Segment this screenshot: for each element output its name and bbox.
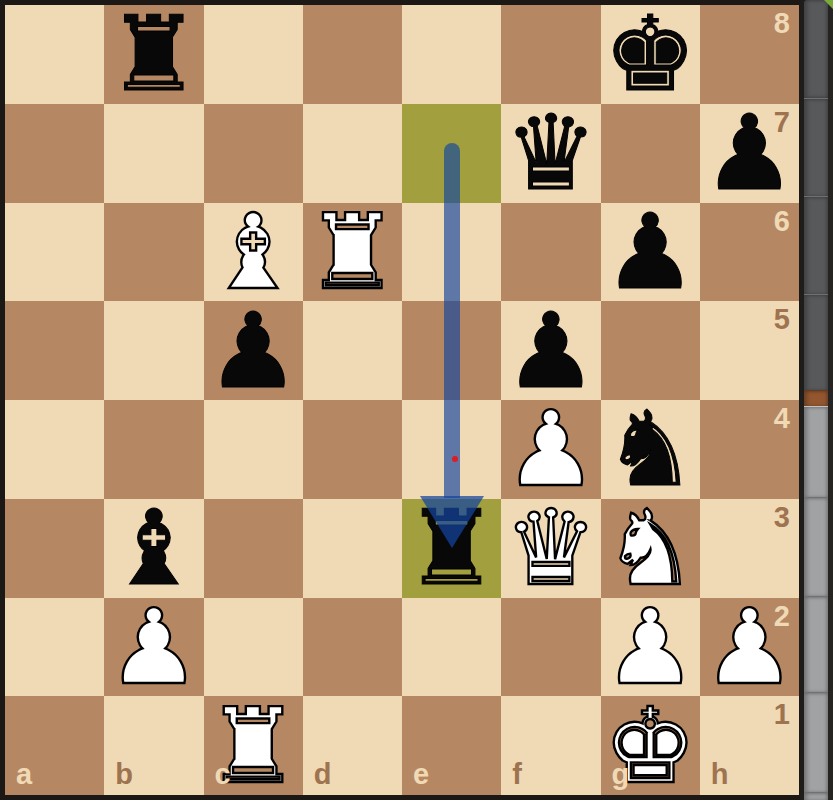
right-scroll-strip xyxy=(800,0,833,800)
square-d7[interactable] xyxy=(303,104,402,203)
square-a2[interactable] xyxy=(5,598,104,697)
square-b6[interactable] xyxy=(104,203,203,302)
coord-file-g: g xyxy=(612,760,630,789)
coord-file-f: f xyxy=(512,760,522,789)
square-g6[interactable]: ♟ xyxy=(601,203,700,302)
square-c6[interactable]: ♝ xyxy=(204,203,303,302)
square-b7[interactable] xyxy=(104,104,203,203)
coord-file-a: a xyxy=(16,760,32,789)
square-h4[interactable]: 4 xyxy=(700,400,799,499)
coord-rank-4: 4 xyxy=(774,404,790,433)
black-rook[interactable]: ♜ xyxy=(104,5,203,104)
square-e8[interactable] xyxy=(402,5,501,104)
square-a7[interactable] xyxy=(5,104,104,203)
square-g7[interactable] xyxy=(601,104,700,203)
black-pawn[interactable]: ♟ xyxy=(501,301,600,400)
square-d4[interactable] xyxy=(303,400,402,499)
square-a6[interactable] xyxy=(5,203,104,302)
square-c1[interactable]: ♜c xyxy=(204,696,303,795)
square-g8[interactable]: ♚ xyxy=(601,5,700,104)
square-e6[interactable] xyxy=(402,203,501,302)
square-f4[interactable]: ♟ xyxy=(501,400,600,499)
square-f8[interactable] xyxy=(501,5,600,104)
square-d2[interactable] xyxy=(303,598,402,697)
square-a8[interactable] xyxy=(5,5,104,104)
coord-rank-5: 5 xyxy=(774,305,790,334)
scrollbar-segment[interactable] xyxy=(804,390,828,407)
white-pawn[interactable]: ♟ xyxy=(501,400,600,499)
coord-file-b: b xyxy=(115,760,133,789)
white-pawn[interactable]: ♟ xyxy=(601,598,700,697)
square-b4[interactable] xyxy=(104,400,203,499)
square-f2[interactable] xyxy=(501,598,600,697)
coord-rank-7: 7 xyxy=(774,108,790,137)
square-e1[interactable]: e xyxy=(402,696,501,795)
black-queen[interactable]: ♛ xyxy=(501,104,600,203)
square-f6[interactable] xyxy=(501,203,600,302)
square-g4[interactable]: ♞ xyxy=(601,400,700,499)
square-g5[interactable] xyxy=(601,301,700,400)
square-d5[interactable] xyxy=(303,301,402,400)
scrollbar-segment[interactable] xyxy=(804,497,828,597)
black-king[interactable]: ♚ xyxy=(601,5,700,104)
black-knight[interactable]: ♞ xyxy=(601,400,700,499)
coord-file-h: h xyxy=(711,760,729,789)
white-rook[interactable]: ♜ xyxy=(303,203,402,302)
coord-file-c: c xyxy=(215,760,231,789)
coord-rank-8: 8 xyxy=(774,9,790,38)
square-h5[interactable]: 5 xyxy=(700,301,799,400)
square-c3[interactable] xyxy=(204,499,303,598)
black-bishop[interactable]: ♝ xyxy=(104,499,203,598)
square-a1[interactable]: a xyxy=(5,696,104,795)
square-e3[interactable]: ♜ xyxy=(402,499,501,598)
white-knight[interactable]: ♞ xyxy=(601,499,700,598)
square-b5[interactable] xyxy=(104,301,203,400)
square-f3[interactable]: ♛ xyxy=(501,499,600,598)
scrollbar-segment[interactable] xyxy=(804,692,828,793)
square-e2[interactable] xyxy=(402,598,501,697)
coord-rank-6: 6 xyxy=(774,207,790,236)
scrollbar-segment[interactable] xyxy=(804,294,828,391)
scrollbar-column[interactable] xyxy=(804,0,828,800)
square-b1[interactable]: b xyxy=(104,696,203,795)
square-d6[interactable]: ♜ xyxy=(303,203,402,302)
square-f1[interactable]: f xyxy=(501,696,600,795)
square-c2[interactable] xyxy=(204,598,303,697)
coord-rank-1: 1 xyxy=(774,700,790,729)
scrollbar-segment[interactable] xyxy=(804,196,828,295)
green-corner-icon xyxy=(824,0,833,9)
coord-rank-2: 2 xyxy=(774,602,790,631)
square-a3[interactable] xyxy=(5,499,104,598)
square-c8[interactable] xyxy=(204,5,303,104)
black-pawn[interactable]: ♟ xyxy=(601,203,700,302)
square-d3[interactable] xyxy=(303,499,402,598)
square-d1[interactable]: d xyxy=(303,696,402,795)
square-c4[interactable] xyxy=(204,400,303,499)
square-h1[interactable]: h1 xyxy=(700,696,799,795)
white-pawn[interactable]: ♟ xyxy=(104,598,203,697)
scrollbar-segment[interactable] xyxy=(804,0,828,98)
coord-file-d: d xyxy=(314,760,332,789)
scrollbar-track[interactable] xyxy=(828,0,833,800)
square-h6[interactable]: 6 xyxy=(700,203,799,302)
square-d8[interactable] xyxy=(303,5,402,104)
square-f7[interactable]: ♛ xyxy=(501,104,600,203)
square-g3[interactable]: ♞ xyxy=(601,499,700,598)
white-queen[interactable]: ♛ xyxy=(501,499,600,598)
chess-board: ♜♚8♛♟7♝♜♟6♟♟5♟♞4♝♜♛♞3♟♟♟2ab♜cdef♚gh1 xyxy=(5,5,799,795)
square-h7[interactable]: ♟7 xyxy=(700,104,799,203)
square-b2[interactable]: ♟ xyxy=(104,598,203,697)
chess-app-stage: ♜♚8♛♟7♝♜♟6♟♟5♟♞4♝♜♛♞3♟♟♟2ab♜cdef♚gh1 xyxy=(0,0,833,800)
square-b3[interactable]: ♝ xyxy=(104,499,203,598)
square-c7[interactable] xyxy=(204,104,303,203)
scrollbar-segment[interactable] xyxy=(804,98,828,197)
square-h2[interactable]: ♟2 xyxy=(700,598,799,697)
black-pawn[interactable]: ♟ xyxy=(204,301,303,400)
square-g2[interactable]: ♟ xyxy=(601,598,700,697)
square-c5[interactable]: ♟ xyxy=(204,301,303,400)
square-a5[interactable] xyxy=(5,301,104,400)
square-e7[interactable] xyxy=(402,104,501,203)
white-bishop[interactable]: ♝ xyxy=(204,203,303,302)
square-e4[interactable] xyxy=(402,400,501,499)
scrollbar-segment[interactable] xyxy=(804,596,828,693)
scrollbar-segment[interactable] xyxy=(804,792,828,800)
square-a4[interactable] xyxy=(5,400,104,499)
black-rook[interactable]: ♜ xyxy=(402,499,501,598)
square-g1[interactable]: ♚g xyxy=(601,696,700,795)
coord-file-e: e xyxy=(413,760,429,789)
coord-rank-3: 3 xyxy=(774,503,790,532)
square-f5[interactable]: ♟ xyxy=(501,301,600,400)
square-e5[interactable] xyxy=(402,301,501,400)
square-h3[interactable]: 3 xyxy=(700,499,799,598)
square-b8[interactable]: ♜ xyxy=(104,5,203,104)
square-h8[interactable]: 8 xyxy=(700,5,799,104)
scrollbar-segment[interactable] xyxy=(804,406,828,498)
